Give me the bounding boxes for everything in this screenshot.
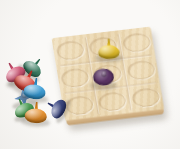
board-cell-r0c1[interactable] <box>85 30 123 62</box>
top-stem <box>101 71 106 77</box>
engraved-circle <box>55 39 85 60</box>
board-cell-r0c0[interactable] <box>52 34 90 66</box>
board-cell-r1c0[interactable] <box>56 62 94 94</box>
board-cell-r1c1[interactable] <box>89 58 127 90</box>
engraved-circle <box>98 91 128 112</box>
engraved-circle <box>121 32 151 53</box>
spinning-top-yellow[interactable] <box>98 39 120 60</box>
board-cell-r2c1[interactable] <box>94 86 132 118</box>
engraved-circle <box>60 67 90 88</box>
engraved-circle <box>126 59 156 80</box>
top-body <box>98 45 120 59</box>
engraved-circle <box>131 87 161 108</box>
spinning-top-purple[interactable] <box>93 68 114 87</box>
board-cell-r0c2[interactable] <box>118 27 156 59</box>
product-photo-scene <box>0 0 180 149</box>
board-cell-r1c2[interactable] <box>122 54 160 86</box>
board-cell-r2c2[interactable] <box>127 82 165 114</box>
